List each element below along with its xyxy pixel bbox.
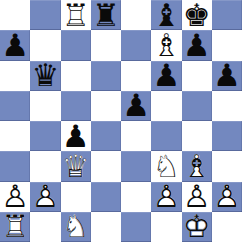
black-king-icon: ♚ <box>182 0 212 30</box>
square-a3[interactable] <box>0 151 30 181</box>
square-g1[interactable]: ♚♔ <box>182 212 212 242</box>
black-pawn-icon: ♟ <box>61 121 91 151</box>
black-pawn-icon: ♟ <box>212 61 242 91</box>
chess-board: ♜♖♜♝♚♟♝♗♟♛♟♟♟♟♛♕♞♘♝♗♟♙♟♙♟♙♟♙♟♙♜♖♞♘♚♔ <box>0 0 242 242</box>
square-h3[interactable] <box>212 151 242 181</box>
white-king-icon: ♚♔ <box>182 212 212 242</box>
square-g3[interactable]: ♝♗ <box>182 151 212 181</box>
white-knight-icon: ♞♘ <box>61 212 91 242</box>
black-bishop-icon: ♝ <box>151 0 181 30</box>
square-e2[interactable] <box>121 182 151 212</box>
square-e6[interactable] <box>121 61 151 91</box>
square-d8[interactable]: ♜ <box>91 0 121 30</box>
square-d3[interactable] <box>91 151 121 181</box>
white-pawn-icon: ♟♙ <box>151 182 181 212</box>
square-a6[interactable] <box>0 61 30 91</box>
square-f1[interactable] <box>151 212 181 242</box>
square-c7[interactable] <box>61 30 91 60</box>
square-g4[interactable] <box>182 121 212 151</box>
square-b6[interactable]: ♛ <box>30 61 60 91</box>
square-a5[interactable] <box>0 91 30 121</box>
square-f8[interactable]: ♝ <box>151 0 181 30</box>
square-d7[interactable] <box>91 30 121 60</box>
white-bishop-icon: ♝♗ <box>182 151 212 181</box>
square-e8[interactable] <box>121 0 151 30</box>
square-h4[interactable] <box>212 121 242 151</box>
black-pawn-icon: ♟ <box>182 30 212 60</box>
white-pawn-icon: ♟♙ <box>0 182 30 212</box>
white-rook-icon: ♜♖ <box>61 0 91 30</box>
black-pawn-icon: ♟ <box>151 61 181 91</box>
square-e5[interactable]: ♟ <box>121 91 151 121</box>
square-f3[interactable]: ♞♘ <box>151 151 181 181</box>
square-c1[interactable]: ♞♘ <box>61 212 91 242</box>
square-e4[interactable] <box>121 121 151 151</box>
square-h5[interactable] <box>212 91 242 121</box>
square-d6[interactable] <box>91 61 121 91</box>
square-g2[interactable]: ♟♙ <box>182 182 212 212</box>
square-b2[interactable]: ♟♙ <box>30 182 60 212</box>
square-d5[interactable] <box>91 91 121 121</box>
white-rook-icon: ♜♖ <box>0 212 30 242</box>
square-f4[interactable] <box>151 121 181 151</box>
square-b7[interactable] <box>30 30 60 60</box>
square-h7[interactable] <box>212 30 242 60</box>
white-queen-icon: ♛♕ <box>61 151 91 181</box>
square-d1[interactable] <box>91 212 121 242</box>
square-h6[interactable]: ♟ <box>212 61 242 91</box>
square-c2[interactable] <box>61 182 91 212</box>
square-g7[interactable]: ♟ <box>182 30 212 60</box>
square-c3[interactable]: ♛♕ <box>61 151 91 181</box>
white-pawn-icon: ♟♙ <box>182 182 212 212</box>
square-a7[interactable]: ♟ <box>0 30 30 60</box>
square-e3[interactable] <box>121 151 151 181</box>
square-e1[interactable] <box>121 212 151 242</box>
square-b8[interactable] <box>30 0 60 30</box>
square-d4[interactable] <box>91 121 121 151</box>
square-c4[interactable]: ♟ <box>61 121 91 151</box>
square-h8[interactable] <box>212 0 242 30</box>
square-g8[interactable]: ♚ <box>182 0 212 30</box>
white-knight-icon: ♞♘ <box>151 151 181 181</box>
black-pawn-icon: ♟ <box>121 91 151 121</box>
white-pawn-icon: ♟♙ <box>30 182 60 212</box>
square-a1[interactable]: ♜♖ <box>0 212 30 242</box>
square-h2[interactable]: ♟♙ <box>212 182 242 212</box>
square-g5[interactable] <box>182 91 212 121</box>
square-g6[interactable] <box>182 61 212 91</box>
square-f5[interactable] <box>151 91 181 121</box>
white-bishop-icon: ♝♗ <box>151 30 181 60</box>
square-h1[interactable] <box>212 212 242 242</box>
square-b5[interactable] <box>30 91 60 121</box>
square-a8[interactable] <box>0 0 30 30</box>
square-a2[interactable]: ♟♙ <box>0 182 30 212</box>
square-f6[interactable]: ♟ <box>151 61 181 91</box>
black-rook-icon: ♜ <box>91 0 121 30</box>
square-c8[interactable]: ♜♖ <box>61 0 91 30</box>
square-a4[interactable] <box>0 121 30 151</box>
white-pawn-icon: ♟♙ <box>212 182 242 212</box>
square-b1[interactable] <box>30 212 60 242</box>
square-e7[interactable] <box>121 30 151 60</box>
black-pawn-icon: ♟ <box>0 30 30 60</box>
square-c5[interactable] <box>61 91 91 121</box>
square-b4[interactable] <box>30 121 60 151</box>
square-f7[interactable]: ♝♗ <box>151 30 181 60</box>
black-queen-icon: ♛ <box>30 61 60 91</box>
square-d2[interactable] <box>91 182 121 212</box>
square-f2[interactable]: ♟♙ <box>151 182 181 212</box>
square-b3[interactable] <box>30 151 60 181</box>
square-c6[interactable] <box>61 61 91 91</box>
